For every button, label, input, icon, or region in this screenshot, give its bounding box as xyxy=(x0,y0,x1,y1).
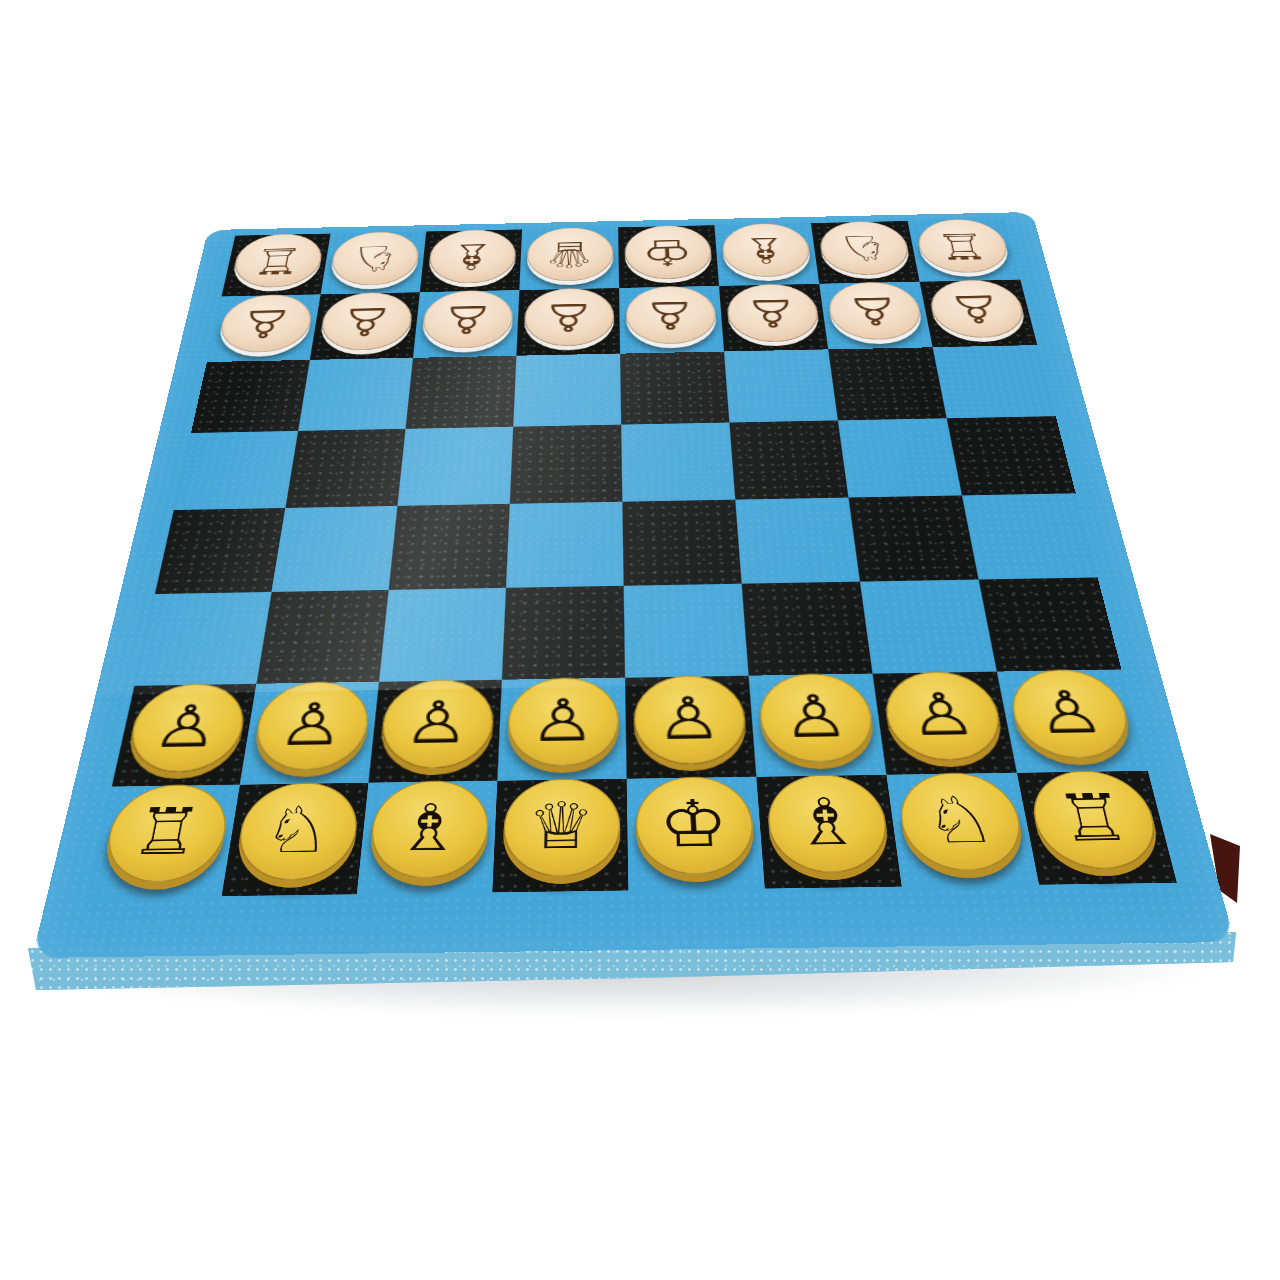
square-h7[interactable]: ♙ xyxy=(920,280,1038,348)
square-b2[interactable]: ♙ xyxy=(240,682,379,785)
square-d5[interactable] xyxy=(510,425,623,504)
square-a6[interactable] xyxy=(191,360,310,433)
piece-bK-e8[interactable]: ♔ xyxy=(624,224,713,279)
square-c7[interactable]: ♙ xyxy=(413,290,519,358)
square-f2[interactable]: ♙ xyxy=(749,674,887,777)
cream-bishop-icon: ♗ xyxy=(445,238,498,274)
cream-knight-icon: ♘ xyxy=(347,240,402,276)
square-g4[interactable] xyxy=(848,495,978,581)
square-c2[interactable]: ♙ xyxy=(368,680,501,783)
square-f1[interactable]: ♗ xyxy=(756,775,901,889)
cream-pawn-icon: ♙ xyxy=(845,291,904,330)
square-e3[interactable] xyxy=(624,584,749,678)
chess-board: ♖♘♗♕♔♗♘♖♙♙♙♙♙♙♙♙♙♙♙♙♙♙♙♙♖♘♗♕♔♗♘♖ xyxy=(32,212,1235,958)
yellow-pawn-icon: ♙ xyxy=(529,691,595,750)
square-d7[interactable]: ♙ xyxy=(516,288,620,356)
piece-wB-f1[interactable]: ♗ xyxy=(764,773,892,872)
square-e1[interactable]: ♔ xyxy=(627,777,765,891)
square-a2[interactable]: ♙ xyxy=(112,684,257,787)
square-f5[interactable] xyxy=(729,420,848,499)
piece-bP-f7[interactable]: ♙ xyxy=(725,283,821,342)
yellow-pawn-icon: ♙ xyxy=(904,685,980,744)
yellow-rook-icon: ♖ xyxy=(1051,786,1135,851)
cream-pawn-icon: ♙ xyxy=(542,297,595,336)
piece-wP-b2[interactable]: ♙ xyxy=(250,680,372,770)
yellow-pawn-icon: ♙ xyxy=(275,695,348,754)
cream-pawn-icon: ♙ xyxy=(236,303,296,342)
cream-queen-icon: ♕ xyxy=(544,236,595,272)
cream-rook-icon: ♖ xyxy=(249,242,306,278)
yellow-pawn-icon: ♙ xyxy=(655,689,723,748)
piece-wR-a1[interactable]: ♖ xyxy=(98,783,232,882)
square-d3[interactable] xyxy=(502,586,625,680)
piece-bN-b8[interactable]: ♘ xyxy=(328,231,421,286)
yellow-rook-icon: ♖ xyxy=(126,800,207,865)
scene: ♖♘♗♕♔♗♘♖♙♙♙♙♙♙♙♙♙♙♙♙♙♙♙♙♖♘♗♕♔♗♘♖ xyxy=(0,0,1280,1280)
piece-wP-a2[interactable]: ♙ xyxy=(122,682,249,772)
cream-bishop-icon: ♗ xyxy=(738,232,793,268)
square-e8[interactable]: ♔ xyxy=(618,225,719,288)
piece-bP-c7[interactable]: ♙ xyxy=(420,289,513,348)
piece-bR-h8[interactable]: ♖ xyxy=(913,218,1012,273)
square-h2[interactable]: ♙ xyxy=(997,670,1148,773)
piece-wP-f2[interactable]: ♙ xyxy=(756,672,877,762)
piece-wP-g2[interactable]: ♙ xyxy=(880,670,1007,760)
cream-pawn-icon: ♙ xyxy=(946,289,1008,328)
square-d6[interactable] xyxy=(513,354,621,427)
square-a1[interactable]: ♖ xyxy=(87,785,240,898)
piece-wN-g1[interactable]: ♘ xyxy=(894,771,1028,871)
square-b1[interactable]: ♘ xyxy=(222,783,369,896)
piece-wP-d2[interactable]: ♙ xyxy=(506,676,619,766)
square-c3[interactable] xyxy=(379,588,506,682)
piece-bR-a8[interactable]: ♖ xyxy=(229,233,325,288)
square-g3[interactable] xyxy=(860,580,997,674)
yellow-pawn-icon: ♙ xyxy=(1029,683,1109,742)
square-c6[interactable] xyxy=(406,356,517,429)
square-c1[interactable]: ♗ xyxy=(357,781,498,894)
square-e7[interactable]: ♙ xyxy=(619,286,724,354)
square-a8[interactable]: ♖ xyxy=(222,234,331,297)
square-e6[interactable] xyxy=(620,352,729,425)
yellow-knight-icon: ♘ xyxy=(920,788,1000,853)
yellow-queen-icon: ♕ xyxy=(526,794,596,859)
piece-bQ-d8[interactable]: ♕ xyxy=(526,226,613,281)
piece-bN-g8[interactable]: ♘ xyxy=(816,220,912,275)
square-h8[interactable]: ♖ xyxy=(908,219,1021,282)
piece-bP-h7[interactable]: ♙ xyxy=(925,279,1028,338)
square-a5[interactable] xyxy=(174,431,298,510)
square-b6[interactable] xyxy=(298,358,413,431)
yellow-knight-icon: ♘ xyxy=(259,798,336,863)
square-a7[interactable]: ♙ xyxy=(207,294,321,362)
square-c5[interactable] xyxy=(397,427,513,506)
cream-pawn-icon: ♙ xyxy=(439,299,494,338)
yellow-bishop-icon: ♗ xyxy=(789,790,865,855)
square-f3[interactable] xyxy=(742,582,873,676)
square-e2[interactable]: ♙ xyxy=(625,676,756,779)
cream-rook-icon: ♖ xyxy=(932,227,991,263)
square-g6[interactable] xyxy=(828,347,946,420)
square-c8[interactable]: ♗ xyxy=(420,229,522,292)
piece-bP-g7[interactable]: ♙ xyxy=(825,281,925,340)
piece-wN-b1[interactable]: ♘ xyxy=(232,781,361,880)
piece-wP-e2[interactable]: ♙ xyxy=(632,674,747,764)
yellow-king-icon: ♔ xyxy=(658,792,730,857)
cream-knight-icon: ♘ xyxy=(835,229,892,265)
yellow-pawn-icon: ♙ xyxy=(779,687,851,746)
square-h4[interactable] xyxy=(962,493,1098,579)
square-f4[interactable] xyxy=(735,498,860,584)
square-e5[interactable] xyxy=(621,423,735,502)
piece-bP-e7[interactable]: ♙ xyxy=(625,285,717,344)
square-g2[interactable]: ♙ xyxy=(873,672,1017,775)
square-d8[interactable]: ♕ xyxy=(519,227,619,290)
yellow-bishop-icon: ♗ xyxy=(392,796,465,861)
square-h6[interactable] xyxy=(933,345,1056,418)
square-d1[interactable]: ♕ xyxy=(492,779,628,893)
piece-wP-h2[interactable]: ♙ xyxy=(1004,668,1136,758)
cream-pawn-icon: ♙ xyxy=(744,293,801,332)
square-g8[interactable]: ♘ xyxy=(811,221,920,284)
square-f7[interactable]: ♙ xyxy=(719,284,828,352)
piece-wK-e1[interactable]: ♔ xyxy=(634,775,755,874)
square-h5[interactable] xyxy=(947,416,1076,495)
square-b3[interactable] xyxy=(257,590,389,684)
square-g5[interactable] xyxy=(838,418,962,497)
square-b8[interactable]: ♘ xyxy=(321,231,427,294)
cream-king-icon: ♔ xyxy=(641,234,694,270)
square-a3[interactable] xyxy=(134,592,271,686)
board-grid: ♖♘♗♕♔♗♘♖♙♙♙♙♙♙♙♙♙♙♙♙♙♙♙♙♖♘♗♕♔♗♘♖ xyxy=(87,219,1177,898)
piece-wB-c1[interactable]: ♗ xyxy=(366,779,489,878)
square-g7[interactable]: ♙ xyxy=(819,282,932,350)
cream-pawn-icon: ♙ xyxy=(643,295,698,334)
piece-bP-b7[interactable]: ♙ xyxy=(317,291,414,350)
square-a4[interactable] xyxy=(155,508,286,594)
square-g1[interactable]: ♘ xyxy=(886,773,1039,887)
piece-bB-f8[interactable]: ♗ xyxy=(720,222,812,277)
piece-wQ-d1[interactable]: ♕ xyxy=(501,777,620,876)
square-f6[interactable] xyxy=(724,349,838,422)
square-e4[interactable] xyxy=(622,500,741,586)
square-b5[interactable] xyxy=(285,429,405,508)
square-b4[interactable] xyxy=(272,506,398,592)
cream-pawn-icon: ♙ xyxy=(337,301,395,340)
piece-wP-c2[interactable]: ♙ xyxy=(377,678,494,768)
square-d2[interactable]: ♙ xyxy=(497,678,626,781)
piece-bP-a7[interactable]: ♙ xyxy=(215,293,315,352)
piece-bP-d7[interactable]: ♙ xyxy=(523,287,614,346)
square-c4[interactable] xyxy=(389,504,510,590)
yellow-pawn-icon: ♙ xyxy=(402,693,472,752)
yellow-pawn-icon: ♙ xyxy=(149,697,225,756)
square-b7[interactable]: ♙ xyxy=(310,292,420,360)
square-h3[interactable] xyxy=(979,577,1122,671)
piece-wR-h1[interactable]: ♖ xyxy=(1024,769,1164,869)
square-d4[interactable] xyxy=(506,502,624,588)
square-f8[interactable]: ♗ xyxy=(714,223,819,286)
piece-bB-c8[interactable]: ♗ xyxy=(427,229,517,284)
